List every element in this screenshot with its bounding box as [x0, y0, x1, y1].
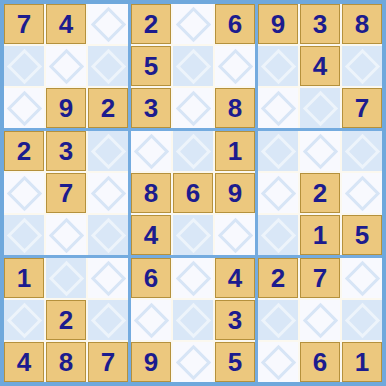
empty-cell-diamond-icon — [344, 302, 379, 337]
box-1-1: 7492 — [4, 4, 128, 128]
empty-cell-diamond-icon — [302, 133, 337, 168]
empty-cell-diamond-icon — [90, 48, 125, 83]
cell-r5c6: 9 — [215, 173, 255, 213]
empty-cell-diamond-icon — [260, 90, 295, 125]
cell-r9c9: 1 — [342, 342, 382, 382]
cell-r5c5: 6 — [173, 173, 213, 213]
cell-r8c8[interactable] — [300, 300, 340, 340]
empty-cell-diamond-icon — [90, 260, 125, 295]
cell-r3c4: 3 — [131, 88, 171, 128]
cell-r4c8[interactable] — [300, 131, 340, 171]
cell-r7c6: 4 — [215, 258, 255, 298]
cell-r3c3: 2 — [88, 88, 128, 128]
cell-r3c7[interactable] — [258, 88, 298, 128]
box-2-3: 215 — [258, 131, 382, 255]
cell-r1c1: 7 — [4, 4, 44, 44]
empty-cell-diamond-icon — [6, 217, 41, 252]
box-3-2: 64395 — [131, 258, 255, 382]
cell-r7c9[interactable] — [342, 258, 382, 298]
empty-cell-diamond-icon — [260, 217, 295, 252]
empty-cell-diamond-icon — [6, 90, 41, 125]
cell-r9c1: 4 — [4, 342, 44, 382]
cell-r9c6: 5 — [215, 342, 255, 382]
empty-cell-diamond-icon — [260, 344, 295, 379]
cell-r9c8: 6 — [300, 342, 340, 382]
empty-cell-diamond-icon — [133, 302, 168, 337]
empty-cell-diamond-icon — [6, 175, 41, 210]
empty-cell-diamond-icon — [344, 133, 379, 168]
empty-cell-diamond-icon — [302, 302, 337, 337]
empty-cell-diamond-icon — [344, 48, 379, 83]
cell-r7c5[interactable] — [173, 258, 213, 298]
cell-r2c6[interactable] — [215, 46, 255, 86]
empty-cell-diamond-icon — [260, 133, 295, 168]
box-2-1: 237 — [4, 131, 128, 255]
empty-cell-diamond-icon — [90, 133, 125, 168]
cell-r6c4: 4 — [131, 215, 171, 255]
empty-cell-diamond-icon — [175, 260, 210, 295]
empty-cell-diamond-icon — [260, 48, 295, 83]
cell-r3c8[interactable] — [300, 88, 340, 128]
cell-r7c3[interactable] — [88, 258, 128, 298]
cell-r2c7[interactable] — [258, 46, 298, 86]
empty-cell-diamond-icon — [217, 217, 252, 252]
cell-r5c4: 8 — [131, 173, 171, 213]
cell-r1c2: 4 — [46, 4, 86, 44]
cell-r6c3[interactable] — [88, 215, 128, 255]
empty-cell-diamond-icon — [344, 175, 379, 210]
cell-r2c3[interactable] — [88, 46, 128, 86]
empty-cell-diamond-icon — [48, 260, 83, 295]
cell-r9c2: 8 — [46, 342, 86, 382]
cell-r8c3[interactable] — [88, 300, 128, 340]
cell-r9c4: 9 — [131, 342, 171, 382]
cell-r3c6: 8 — [215, 88, 255, 128]
empty-cell-diamond-icon — [48, 48, 83, 83]
empty-cell-diamond-icon — [217, 48, 252, 83]
cell-r2c2[interactable] — [46, 46, 86, 86]
box-2-2: 18694 — [131, 131, 255, 255]
empty-cell-diamond-icon — [175, 6, 210, 41]
cell-r4c9[interactable] — [342, 131, 382, 171]
empty-cell-diamond-icon — [90, 6, 125, 41]
cell-r4c4[interactable] — [131, 131, 171, 171]
empty-cell-diamond-icon — [6, 302, 41, 337]
cell-r3c2: 9 — [46, 88, 86, 128]
cell-r7c7: 2 — [258, 258, 298, 298]
empty-cell-diamond-icon — [260, 175, 295, 210]
cell-r8c4[interactable] — [131, 300, 171, 340]
cell-r3c1[interactable] — [4, 88, 44, 128]
cell-r8c2: 2 — [46, 300, 86, 340]
cell-r2c1[interactable] — [4, 46, 44, 86]
cell-r1c7: 9 — [258, 4, 298, 44]
cell-r6c7[interactable] — [258, 215, 298, 255]
empty-cell-diamond-icon — [90, 302, 125, 337]
cell-r1c5[interactable] — [173, 4, 213, 44]
cell-r4c6: 1 — [215, 131, 255, 171]
cell-r8c7[interactable] — [258, 300, 298, 340]
cell-r7c1: 1 — [4, 258, 44, 298]
cell-r6c8: 1 — [300, 215, 340, 255]
cell-r2c4: 5 — [131, 46, 171, 86]
empty-cell-diamond-icon — [48, 217, 83, 252]
sudoku-board: 749226538938472371869421512487643952761 — [0, 0, 386, 386]
box-1-3: 93847 — [258, 4, 382, 128]
cell-r6c5[interactable] — [173, 215, 213, 255]
empty-cell-diamond-icon — [90, 175, 125, 210]
empty-cell-diamond-icon — [344, 260, 379, 295]
cell-r3c9: 7 — [342, 88, 382, 128]
cell-r6c9: 5 — [342, 215, 382, 255]
empty-cell-diamond-icon — [90, 217, 125, 252]
empty-cell-diamond-icon — [175, 344, 210, 379]
cell-r6c2[interactable] — [46, 215, 86, 255]
cell-r4c5[interactable] — [173, 131, 213, 171]
empty-cell-diamond-icon — [175, 302, 210, 337]
cell-r8c1[interactable] — [4, 300, 44, 340]
cell-r9c5[interactable] — [173, 342, 213, 382]
cell-r9c3: 7 — [88, 342, 128, 382]
cell-r1c6: 6 — [215, 4, 255, 44]
cell-r4c2: 3 — [46, 131, 86, 171]
empty-cell-diamond-icon — [175, 133, 210, 168]
cell-r9c7[interactable] — [258, 342, 298, 382]
cell-r3c5[interactable] — [173, 88, 213, 128]
box-3-3: 2761 — [258, 258, 382, 382]
empty-cell-diamond-icon — [133, 133, 168, 168]
empty-cell-diamond-icon — [175, 90, 210, 125]
cell-r7c8: 7 — [300, 258, 340, 298]
empty-cell-diamond-icon — [302, 90, 337, 125]
cell-r7c2[interactable] — [46, 258, 86, 298]
cell-r4c3[interactable] — [88, 131, 128, 171]
cell-r5c3[interactable] — [88, 173, 128, 213]
cell-r5c1[interactable] — [4, 173, 44, 213]
cell-r7c4: 6 — [131, 258, 171, 298]
cell-r5c7[interactable] — [258, 173, 298, 213]
cell-r2c5[interactable] — [173, 46, 213, 86]
cell-r1c9: 8 — [342, 4, 382, 44]
box-3-1: 12487 — [4, 258, 128, 382]
empty-cell-diamond-icon — [260, 302, 295, 337]
cell-r8c6: 3 — [215, 300, 255, 340]
cell-r2c9[interactable] — [342, 46, 382, 86]
cell-r5c2: 7 — [46, 173, 86, 213]
empty-cell-diamond-icon — [175, 48, 210, 83]
empty-cell-diamond-icon — [175, 217, 210, 252]
cell-r4c1: 2 — [4, 131, 44, 171]
cell-r1c8: 3 — [300, 4, 340, 44]
cell-r8c9[interactable] — [342, 300, 382, 340]
cell-r2c8: 4 — [300, 46, 340, 86]
cell-r8c5[interactable] — [173, 300, 213, 340]
cell-r6c6[interactable] — [215, 215, 255, 255]
empty-cell-diamond-icon — [6, 48, 41, 83]
cell-r5c8: 2 — [300, 173, 340, 213]
box-1-2: 26538 — [131, 4, 255, 128]
cell-r4c7[interactable] — [258, 131, 298, 171]
cell-r6c1[interactable] — [4, 215, 44, 255]
cell-r1c3[interactable] — [88, 4, 128, 44]
cell-r1c4: 2 — [131, 4, 171, 44]
cell-r5c9[interactable] — [342, 173, 382, 213]
